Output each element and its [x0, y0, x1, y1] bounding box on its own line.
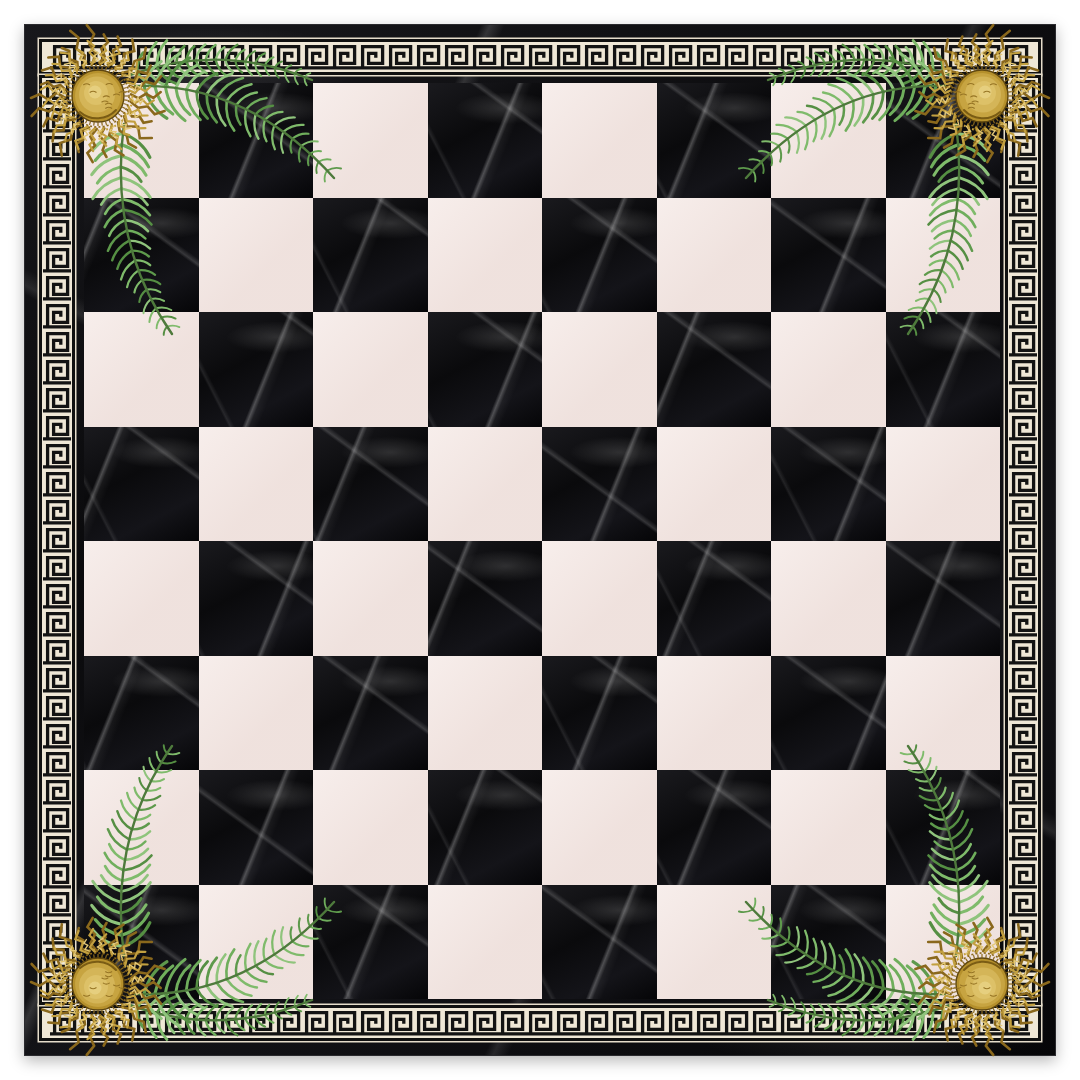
square-d3[interactable] [428, 656, 543, 771]
greek-key-unit-icon [43, 218, 71, 246]
greek-key-unit-icon [43, 722, 71, 750]
greek-key-unit-icon [806, 1009, 834, 1037]
greek-key-unit-icon [1009, 582, 1037, 610]
square-f6[interactable] [657, 312, 772, 427]
square-h6[interactable] [886, 312, 1001, 427]
greek-key-unit-icon [1009, 918, 1037, 946]
greek-key-unit-icon [50, 1009, 78, 1037]
greek-key-unit-icon [1009, 302, 1037, 330]
greek-key-border-top [39, 39, 1041, 75]
square-a4[interactable] [84, 541, 199, 656]
square-b8[interactable] [199, 83, 314, 198]
square-d4[interactable] [428, 541, 543, 656]
square-g3[interactable] [771, 656, 886, 771]
square-b6[interactable] [199, 312, 314, 427]
square-h4[interactable] [886, 541, 1001, 656]
greek-key-unit-icon [554, 1009, 582, 1037]
greek-key-unit-icon [43, 78, 71, 106]
square-e5[interactable] [542, 427, 657, 542]
greek-key-unit-icon [1009, 246, 1037, 274]
greek-key-unit-icon [134, 1009, 162, 1037]
square-d8[interactable] [428, 83, 543, 198]
square-g7[interactable] [771, 198, 886, 313]
greek-key-unit-icon [330, 43, 358, 71]
square-e3[interactable] [542, 656, 657, 771]
greek-key-unit-icon [43, 526, 71, 554]
square-b3[interactable] [199, 656, 314, 771]
greek-key-unit-icon [862, 1009, 890, 1037]
square-h1[interactable] [886, 885, 1001, 1000]
square-e8[interactable] [542, 83, 657, 198]
greek-key-unit-icon [1009, 78, 1037, 106]
greek-key-unit-icon [358, 1009, 386, 1037]
square-c6[interactable] [313, 312, 428, 427]
greek-key-unit-icon [694, 43, 722, 71]
greek-key-unit-icon [302, 43, 330, 71]
greek-key-unit-icon [50, 43, 78, 71]
greek-key-border-left [39, 75, 75, 1005]
greek-key-unit-icon [43, 106, 71, 134]
square-a7[interactable] [84, 198, 199, 313]
greek-key-unit-icon [386, 1009, 414, 1037]
greek-key-unit-icon [526, 43, 554, 71]
greek-key-unit-icon [302, 1009, 330, 1037]
greek-key-unit-icon [78, 43, 106, 71]
greek-key-unit-icon [1009, 666, 1037, 694]
square-e4[interactable] [542, 541, 657, 656]
greek-key-unit-icon [1009, 862, 1037, 890]
greek-key-unit-icon [274, 1009, 302, 1037]
greek-key-unit-icon [806, 43, 834, 71]
greek-key-unit-icon [722, 1009, 750, 1037]
greek-key-unit-icon [834, 43, 862, 71]
greek-key-unit-icon [43, 134, 71, 162]
square-g2[interactable] [771, 770, 886, 885]
square-c2[interactable] [313, 770, 428, 885]
greek-key-unit-icon [43, 750, 71, 778]
square-c4[interactable] [313, 541, 428, 656]
greek-key-unit-icon [43, 582, 71, 610]
square-d1[interactable] [428, 885, 543, 1000]
greek-key-unit-icon [274, 43, 302, 71]
greek-key-unit-icon [43, 638, 71, 666]
greek-key-unit-icon [1009, 218, 1037, 246]
greek-key-unit-icon [358, 43, 386, 71]
greek-key-unit-icon [1009, 442, 1037, 470]
greek-key-unit-icon [554, 43, 582, 71]
greek-key-unit-icon [946, 43, 974, 71]
greek-key-unit-icon [974, 43, 1002, 71]
greek-key-unit-icon [1009, 498, 1037, 526]
square-b4[interactable] [199, 541, 314, 656]
square-f3[interactable] [657, 656, 772, 771]
greek-key-unit-icon [106, 43, 134, 71]
greek-key-unit-icon [1009, 106, 1037, 134]
greek-key-unit-icon [890, 43, 918, 71]
greek-key-unit-icon [1009, 162, 1037, 190]
greek-key-unit-icon [246, 43, 274, 71]
square-f8[interactable] [657, 83, 772, 198]
square-a6[interactable] [84, 312, 199, 427]
square-d2[interactable] [428, 770, 543, 885]
square-g8[interactable] [771, 83, 886, 198]
greek-key-unit-icon [918, 1009, 946, 1037]
greek-key-unit-icon [1009, 470, 1037, 498]
square-b2[interactable] [199, 770, 314, 885]
greek-key-unit-icon [43, 974, 71, 1002]
greek-key-unit-icon [43, 498, 71, 526]
square-g1[interactable] [771, 885, 886, 1000]
greek-key-unit-icon [470, 43, 498, 71]
greek-key-unit-icon [442, 43, 470, 71]
square-h8[interactable] [886, 83, 1001, 198]
square-d7[interactable] [428, 198, 543, 313]
square-d6[interactable] [428, 312, 543, 427]
greek-key-unit-icon [1009, 358, 1037, 386]
greek-key-unit-icon [414, 43, 442, 71]
greek-key-unit-icon [43, 694, 71, 722]
greek-key-unit-icon [610, 43, 638, 71]
square-a8[interactable] [84, 83, 199, 198]
square-h3[interactable] [886, 656, 1001, 771]
greek-key-unit-icon [1009, 946, 1037, 974]
greek-key-unit-icon [330, 1009, 358, 1037]
greek-key-unit-icon [218, 1009, 246, 1037]
greek-key-unit-icon [666, 1009, 694, 1037]
greek-key-unit-icon [750, 43, 778, 71]
greek-key-unit-icon [442, 1009, 470, 1037]
greek-key-unit-icon [918, 43, 946, 71]
greek-key-unit-icon [1009, 526, 1037, 554]
greek-key-unit-icon [470, 1009, 498, 1037]
square-f5[interactable] [657, 427, 772, 542]
greek-key-unit-icon [162, 43, 190, 71]
greek-key-unit-icon [43, 442, 71, 470]
greek-key-unit-icon [414, 1009, 442, 1037]
square-d5[interactable] [428, 427, 543, 542]
greek-key-unit-icon [610, 1009, 638, 1037]
square-f2[interactable] [657, 770, 772, 885]
square-c7[interactable] [313, 198, 428, 313]
greek-key-unit-icon [43, 610, 71, 638]
greek-key-unit-icon [974, 1009, 1002, 1037]
marble-frame [24, 24, 1056, 1056]
square-c3[interactable] [313, 656, 428, 771]
greek-key-unit-icon [246, 1009, 274, 1037]
greek-key-unit-icon [78, 1009, 106, 1037]
greek-key-unit-icon [778, 43, 806, 71]
greek-key-unit-icon [1009, 386, 1037, 414]
greek-key-unit-icon [1009, 750, 1037, 778]
greek-key-unit-icon [218, 43, 246, 71]
greek-key-unit-icon [43, 834, 71, 862]
greek-key-unit-icon [862, 43, 890, 71]
greek-key-unit-icon [43, 302, 71, 330]
greek-key-unit-icon [1009, 834, 1037, 862]
greek-key-unit-icon [43, 386, 71, 414]
square-c5[interactable] [313, 427, 428, 542]
greek-key-unit-icon [1009, 330, 1037, 358]
greek-key-unit-icon [190, 1009, 218, 1037]
square-a3[interactable] [84, 656, 199, 771]
greek-key-unit-icon [694, 1009, 722, 1037]
greek-key-unit-icon [1009, 694, 1037, 722]
greek-key-unit-icon [1009, 638, 1037, 666]
square-c8[interactable] [313, 83, 428, 198]
square-f1[interactable] [657, 885, 772, 1000]
greek-key-unit-icon [162, 1009, 190, 1037]
page-background [0, 0, 1080, 1080]
square-c1[interactable] [313, 885, 428, 1000]
square-g5[interactable] [771, 427, 886, 542]
square-b1[interactable] [199, 885, 314, 1000]
greek-key-unit-icon [778, 1009, 806, 1037]
greek-key-unit-icon [43, 162, 71, 190]
greek-key-unit-icon [43, 862, 71, 890]
greek-key-unit-icon [43, 358, 71, 386]
greek-key-unit-icon [582, 1009, 610, 1037]
square-e6[interactable] [542, 312, 657, 427]
square-h2[interactable] [886, 770, 1001, 885]
greek-key-unit-icon [43, 806, 71, 834]
greek-key-unit-icon [1009, 974, 1037, 1002]
square-f4[interactable] [657, 541, 772, 656]
greek-key-unit-icon [1009, 890, 1037, 918]
chessboard[interactable] [84, 83, 1000, 999]
greek-key-unit-icon [1009, 610, 1037, 638]
greek-key-unit-icon [1009, 778, 1037, 806]
greek-key-unit-icon [582, 43, 610, 71]
greek-key-unit-icon [43, 890, 71, 918]
greek-key-unit-icon [638, 43, 666, 71]
greek-key-unit-icon [106, 1009, 134, 1037]
square-h7[interactable] [886, 198, 1001, 313]
greek-key-unit-icon [666, 43, 694, 71]
square-e1[interactable] [542, 885, 657, 1000]
greek-key-unit-icon [43, 554, 71, 582]
square-b7[interactable] [199, 198, 314, 313]
square-b5[interactable] [199, 427, 314, 542]
greek-key-unit-icon [1002, 1009, 1030, 1037]
greek-key-unit-icon [43, 470, 71, 498]
greek-key-unit-icon [1009, 806, 1037, 834]
square-g4[interactable] [771, 541, 886, 656]
greek-key-unit-icon [750, 1009, 778, 1037]
square-g6[interactable] [771, 312, 886, 427]
greek-key-unit-icon [1009, 134, 1037, 162]
greek-key-unit-icon [1009, 190, 1037, 218]
square-e7[interactable] [542, 198, 657, 313]
greek-key-unit-icon [1009, 722, 1037, 750]
square-f7[interactable] [657, 198, 772, 313]
square-a1[interactable] [84, 885, 199, 1000]
greek-key-unit-icon [1002, 43, 1030, 71]
greek-key-border-bottom [39, 1005, 1041, 1041]
greek-key-unit-icon [43, 666, 71, 694]
greek-key-unit-icon [43, 778, 71, 806]
greek-key-unit-icon [43, 330, 71, 358]
greek-key-unit-icon [722, 43, 750, 71]
greek-key-unit-icon [526, 1009, 554, 1037]
greek-key-border-right [1005, 75, 1041, 1005]
greek-key-unit-icon [498, 43, 526, 71]
greek-key-unit-icon [498, 1009, 526, 1037]
greek-key-unit-icon [190, 43, 218, 71]
greek-key-unit-icon [43, 946, 71, 974]
greek-key-unit-icon [1009, 554, 1037, 582]
greek-key-unit-icon [1009, 414, 1037, 442]
square-a5[interactable] [84, 427, 199, 542]
greek-key-unit-icon [43, 414, 71, 442]
greek-key-unit-icon [1009, 274, 1037, 302]
greek-key-unit-icon [386, 43, 414, 71]
greek-key-unit-icon [890, 1009, 918, 1037]
square-e2[interactable] [542, 770, 657, 885]
greek-key-unit-icon [946, 1009, 974, 1037]
greek-key-unit-icon [134, 43, 162, 71]
square-h5[interactable] [886, 427, 1001, 542]
greek-key-unit-icon [834, 1009, 862, 1037]
greek-key-unit-icon [43, 246, 71, 274]
greek-key-unit-icon [638, 1009, 666, 1037]
greek-key-unit-icon [43, 918, 71, 946]
greek-key-unit-icon [43, 190, 71, 218]
greek-key-unit-icon [43, 274, 71, 302]
square-a2[interactable] [84, 770, 199, 885]
